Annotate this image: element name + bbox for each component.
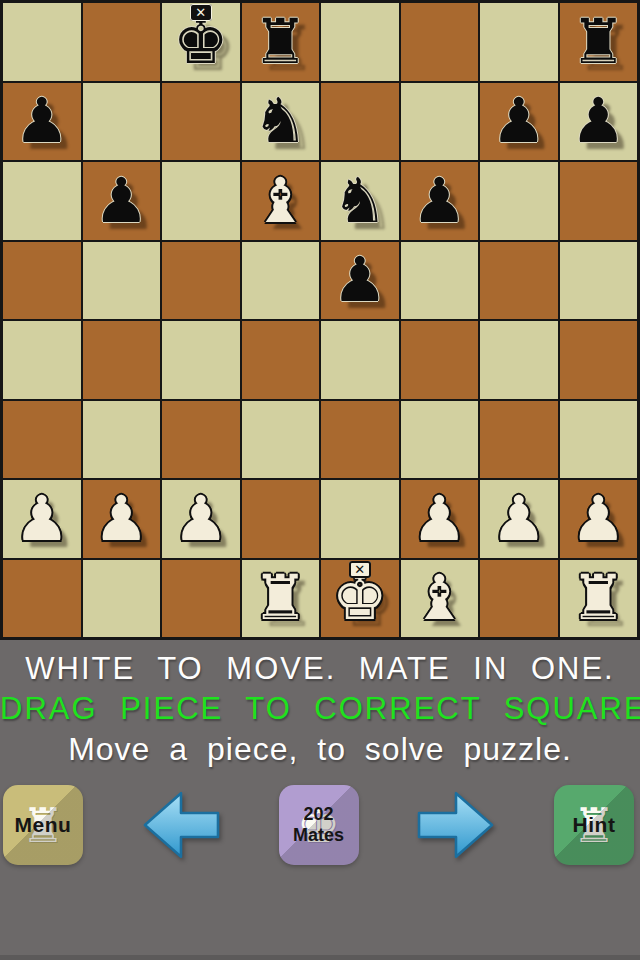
square-g4[interactable] [479,320,559,400]
square-a3[interactable] [2,400,82,480]
white-pawn[interactable]: ♟ [401,480,479,558]
square-b1[interactable] [82,559,162,639]
black-knight[interactable]: ♞ [321,162,399,240]
arrow-left-icon [138,782,224,868]
square-b4[interactable] [82,320,162,400]
white-bishop[interactable]: ♝ [242,162,320,240]
square-h5[interactable] [559,241,639,321]
hint-button-label: Hint [554,785,634,865]
square-d3[interactable] [241,400,321,480]
square-a7[interactable]: ♟ [2,82,82,162]
square-g8[interactable] [479,2,559,82]
square-g5[interactable] [479,241,559,321]
square-h4[interactable] [559,320,639,400]
square-f4[interactable] [400,320,480,400]
instruction-text-drag-piece: DRAG PIECE TO CORRECT SQUARE [0,690,640,728]
square-b8[interactable] [82,2,162,82]
black-pawn[interactable]: ♟ [83,162,161,240]
square-g1[interactable] [479,559,559,639]
white-pawn[interactable]: ♟ [480,480,558,558]
black-pawn[interactable]: ♟ [401,162,479,240]
square-c7[interactable] [161,82,241,162]
square-h8[interactable]: ♜ [559,2,639,82]
square-c2[interactable]: ♟ [161,479,241,559]
mates-counter-label: 202 Mates [279,785,359,865]
square-e1[interactable]: ♚✕ [320,559,400,639]
square-c4[interactable] [161,320,241,400]
square-c5[interactable] [161,241,241,321]
square-e4[interactable] [320,320,400,400]
square-b6[interactable]: ♟ [82,161,162,241]
black-pawn[interactable]: ♟ [3,83,81,161]
square-b7[interactable] [82,82,162,162]
square-f7[interactable] [400,82,480,162]
square-d6[interactable]: ♝ [241,161,321,241]
square-h1[interactable]: ♜ [559,559,639,639]
square-a6[interactable] [2,161,82,241]
square-c6[interactable] [161,161,241,241]
black-knight[interactable]: ♞ [242,83,320,161]
square-f5[interactable] [400,241,480,321]
square-e5[interactable]: ♟ [320,241,400,321]
square-d7[interactable]: ♞ [241,82,321,162]
square-h3[interactable] [559,400,639,480]
square-a1[interactable] [2,559,82,639]
white-bishop[interactable]: ♝ [401,560,479,638]
square-d2[interactable] [241,479,321,559]
white-pawn[interactable]: ♟ [560,480,638,558]
square-e7[interactable] [320,82,400,162]
toolbar: ♜ Menu ♚ 202 Mates [0,780,640,870]
previous-puzzle-button[interactable] [138,782,224,868]
next-puzzle-button[interactable] [413,782,499,868]
message-panel: WHITE TO MOVE. MATE IN ONE. DRAG PIECE T… [0,640,640,960]
square-e6[interactable]: ♞ [320,161,400,241]
square-g6[interactable] [479,161,559,241]
black-king-x-marker: ✕ [190,4,212,21]
black-pawn[interactable]: ♟ [560,83,638,161]
black-rook[interactable]: ♜ [242,3,320,81]
hint-button[interactable]: ♜ Hint [554,785,634,865]
square-f1[interactable]: ♝ [400,559,480,639]
square-d1[interactable]: ♜ [241,559,321,639]
white-pawn[interactable]: ♟ [162,480,240,558]
square-d4[interactable] [241,320,321,400]
app-screen: ♚✕♜♜♟♞♟♟♟♝♞♟♟♟♟♟♟♟♟♜♚✕♝♜ WHITE TO MOVE. … [0,0,640,960]
white-king-x-marker: ✕ [349,561,371,578]
square-g3[interactable] [479,400,559,480]
square-f3[interactable] [400,400,480,480]
mates-count: 202 [303,804,333,825]
square-c8[interactable]: ♚✕ [161,2,241,82]
mates-word: Mates [293,825,344,846]
square-a5[interactable] [2,241,82,321]
square-c1[interactable] [161,559,241,639]
status-text-white-to-move: WHITE TO MOVE. MATE IN ONE. [0,650,640,688]
chess-board[interactable]: ♚✕♜♜♟♞♟♟♟♝♞♟♟♟♟♟♟♟♟♜♚✕♝♜ [0,0,640,640]
square-d5[interactable] [241,241,321,321]
square-f2[interactable]: ♟ [400,479,480,559]
square-e8[interactable] [320,2,400,82]
square-e3[interactable] [320,400,400,480]
menu-button[interactable]: ♜ Menu [3,785,83,865]
white-pawn[interactable]: ♟ [83,480,161,558]
square-a2[interactable]: ♟ [2,479,82,559]
square-h2[interactable]: ♟ [559,479,639,559]
black-pawn[interactable]: ♟ [480,83,558,161]
square-g7[interactable]: ♟ [479,82,559,162]
square-g2[interactable]: ♟ [479,479,559,559]
square-h7[interactable]: ♟ [559,82,639,162]
square-e2[interactable] [320,479,400,559]
square-b2[interactable]: ♟ [82,479,162,559]
menu-button-label: Menu [3,785,83,865]
black-pawn[interactable]: ♟ [321,242,399,320]
square-f8[interactable] [400,2,480,82]
square-d8[interactable]: ♜ [241,2,321,82]
white-pawn[interactable]: ♟ [3,480,81,558]
black-rook[interactable]: ♜ [560,3,638,81]
white-rook[interactable]: ♜ [242,560,320,638]
square-b5[interactable] [82,241,162,321]
mates-counter-button[interactable]: ♚ 202 Mates [279,785,359,865]
bottom-edge-strip [0,955,640,960]
square-b3[interactable] [82,400,162,480]
arrow-right-icon [413,782,499,868]
hint-text-move-piece: Move a piece, to solve puzzle. [0,730,640,768]
square-a8[interactable] [2,2,82,82]
square-a4[interactable] [2,320,82,400]
square-c3[interactable] [161,400,241,480]
square-h6[interactable] [559,161,639,241]
white-rook[interactable]: ♜ [560,560,638,638]
square-f6[interactable]: ♟ [400,161,480,241]
